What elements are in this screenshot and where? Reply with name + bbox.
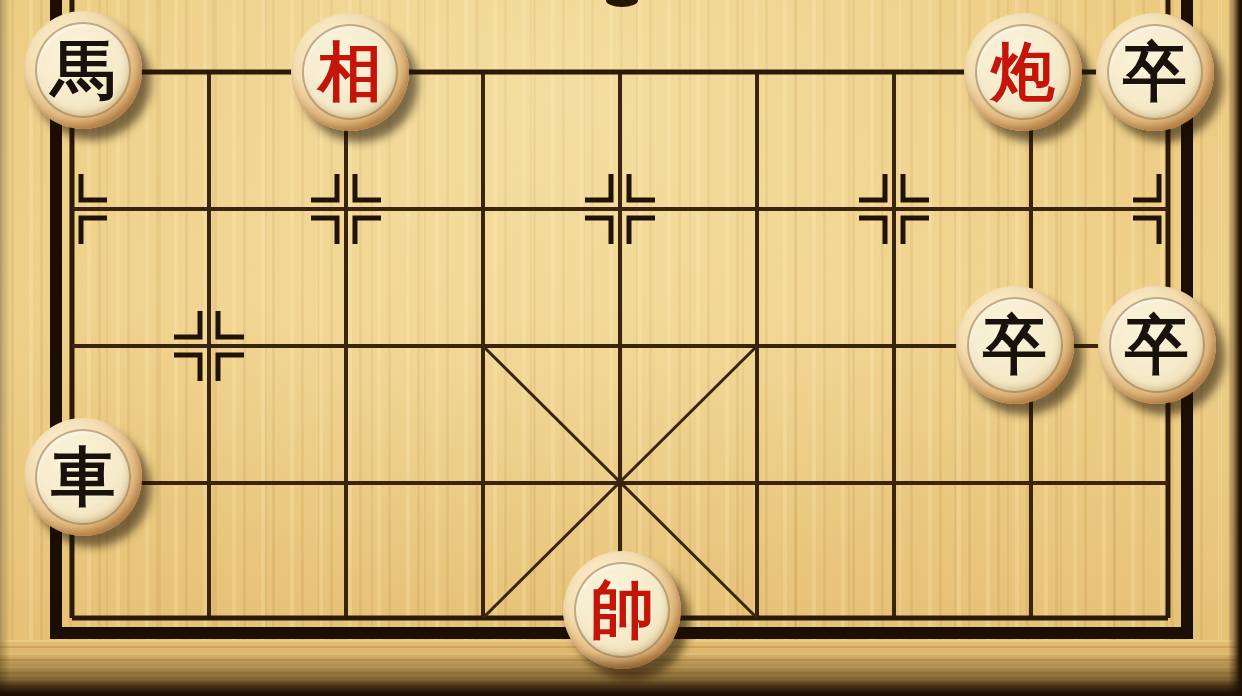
bottom-edge-shadow xyxy=(0,652,1242,696)
piece-red-elephant[interactable]: 相 xyxy=(291,13,409,131)
xiangqi-board[interactable]: 馬 相 炮 卒 卒 卒 車 帥 xyxy=(0,0,1242,696)
piece-red-cannon[interactable]: 炮 xyxy=(964,13,1082,131)
piece-glyph: 相 xyxy=(291,13,409,131)
piece-glyph: 馬 xyxy=(24,11,142,129)
piece-glyph: 炮 xyxy=(964,13,1082,131)
piece-black-horse[interactable]: 馬 xyxy=(24,11,142,129)
piece-glyph: 卒 xyxy=(956,286,1074,404)
piece-glyph: 卒 xyxy=(1096,13,1214,131)
left-edge-shadow xyxy=(0,0,10,696)
piece-black-soldier-a[interactable]: 卒 xyxy=(1096,13,1214,131)
piece-glyph: 卒 xyxy=(1098,286,1216,404)
piece-black-soldier-b[interactable]: 卒 xyxy=(956,286,1074,404)
piece-glyph: 車 xyxy=(24,418,142,536)
right-edge-shadow xyxy=(1228,0,1242,696)
piece-black-soldier-c[interactable]: 卒 xyxy=(1098,286,1216,404)
piece-black-chariot[interactable]: 車 xyxy=(24,418,142,536)
